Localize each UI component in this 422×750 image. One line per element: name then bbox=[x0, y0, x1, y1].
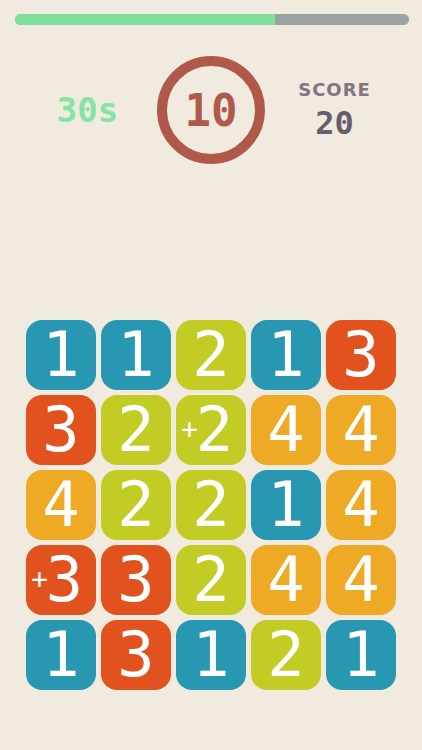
tile-value: 4 bbox=[267, 545, 304, 615]
tile-value: 3 bbox=[46, 545, 83, 615]
tile-value: 1 bbox=[342, 620, 379, 690]
tile[interactable]: 2 bbox=[101, 395, 171, 465]
tile-value: 1 bbox=[267, 470, 304, 540]
tile-value: 4 bbox=[42, 470, 79, 540]
tile-value: 4 bbox=[342, 470, 379, 540]
progress-fill bbox=[15, 14, 275, 25]
tile-value: 3 bbox=[117, 620, 154, 690]
tile-value: 2 bbox=[196, 395, 233, 465]
tile[interactable]: 1 bbox=[326, 620, 396, 690]
tile[interactable]: 4 bbox=[251, 395, 321, 465]
tile[interactable]: 3 bbox=[326, 320, 396, 390]
tile[interactable]: 2 bbox=[176, 545, 246, 615]
score-label: SCORE bbox=[265, 79, 404, 100]
tile-value: 3 bbox=[42, 395, 79, 465]
tile-value: 1 bbox=[192, 620, 229, 690]
tile-value: 1 bbox=[42, 320, 79, 390]
score-value: 20 bbox=[265, 104, 404, 142]
tile-value: 2 bbox=[117, 395, 154, 465]
goal-circle: 10 bbox=[157, 56, 265, 164]
tile[interactable]: 4 bbox=[326, 395, 396, 465]
tile-value: 4 bbox=[267, 395, 304, 465]
tile-value: 3 bbox=[342, 320, 379, 390]
tile-value: 2 bbox=[192, 545, 229, 615]
tile[interactable]: +3 bbox=[26, 545, 96, 615]
progress-bar bbox=[15, 14, 409, 25]
tile-value: 4 bbox=[342, 545, 379, 615]
tile-value: 2 bbox=[192, 470, 229, 540]
tile[interactable]: 1 bbox=[26, 620, 96, 690]
tile[interactable]: 3 bbox=[101, 620, 171, 690]
tile-value: 3 bbox=[117, 545, 154, 615]
tile-value: 2 bbox=[117, 470, 154, 540]
tile[interactable]: 1 bbox=[176, 620, 246, 690]
timer-label: 30s bbox=[18, 90, 157, 130]
tile[interactable]: 4 bbox=[326, 470, 396, 540]
score-panel: SCORE 20 bbox=[265, 79, 404, 142]
tile-value: 1 bbox=[42, 620, 79, 690]
tile[interactable]: 2 bbox=[101, 470, 171, 540]
tile[interactable]: 4 bbox=[251, 545, 321, 615]
tile[interactable]: 2 bbox=[251, 620, 321, 690]
tile-value: 1 bbox=[117, 320, 154, 390]
tile[interactable]: +2 bbox=[176, 395, 246, 465]
tile[interactable]: 1 bbox=[251, 470, 321, 540]
tile[interactable]: 4 bbox=[26, 470, 96, 540]
tile[interactable]: 3 bbox=[26, 395, 96, 465]
tile[interactable]: 2 bbox=[176, 320, 246, 390]
header: 30s 10 SCORE 20 bbox=[0, 50, 422, 170]
tile[interactable]: 2 bbox=[176, 470, 246, 540]
tile-value: 2 bbox=[267, 620, 304, 690]
tile[interactable]: 1 bbox=[101, 320, 171, 390]
board: 1121332+24442214+3324413121 bbox=[26, 320, 396, 690]
tile-value: 1 bbox=[267, 320, 304, 390]
tile[interactable]: 1 bbox=[26, 320, 96, 390]
tile[interactable]: 4 bbox=[326, 545, 396, 615]
tile[interactable]: 3 bbox=[101, 545, 171, 615]
tile-value: 2 bbox=[192, 320, 229, 390]
goal-value: 10 bbox=[185, 85, 238, 136]
tile[interactable]: 1 bbox=[251, 320, 321, 390]
tile-value: 4 bbox=[342, 395, 379, 465]
